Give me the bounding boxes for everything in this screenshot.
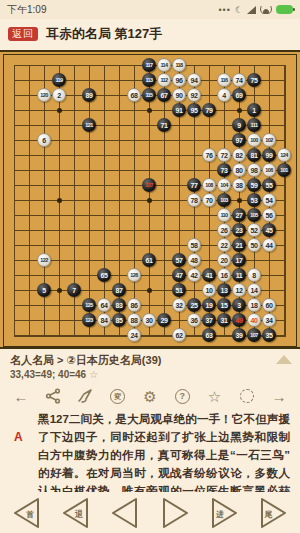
commentary-text: 黑127二间关，是大局观卓绝的一手！它不但声援了下边四子，同时还起到了扩张上边黑… (38, 410, 290, 492)
hoshi-point (57, 198, 62, 203)
white-stone-12: 12 (232, 283, 246, 297)
black-stone-123: 123 (82, 313, 96, 327)
white-stone-102: 102 (262, 133, 276, 147)
breadcrumb[interactable]: 名人名局 > ②日本历史名局(39) (10, 352, 290, 368)
black-stone-13: 13 (217, 283, 231, 297)
white-stone-26: 26 (217, 223, 231, 237)
nav-back-fast-button[interactable]: 退 (57, 495, 97, 531)
white-stone-110: 110 (217, 208, 231, 222)
black-stone-51: 51 (172, 283, 186, 297)
white-stone-8: 8 (247, 268, 261, 282)
battery-icon (276, 5, 293, 14)
white-stone-16: 16 (217, 268, 231, 282)
black-stone-1: 1 (247, 103, 261, 117)
hoshi-point (57, 108, 62, 113)
nav-forward-fast-button[interactable]: 进 (203, 495, 243, 531)
help-icon[interactable]: ? (171, 385, 193, 407)
white-stone-68: 68 (127, 88, 141, 102)
hoshi-point (147, 198, 152, 203)
white-stone-48: 48 (187, 253, 201, 267)
white-stone-64: 64 (97, 298, 111, 312)
black-stone-65: 65 (97, 268, 111, 282)
black-stone-39: 39 (232, 328, 246, 342)
black-stone-3: 3 (232, 298, 246, 312)
black-stone-19: 19 (202, 298, 216, 312)
black-stone-5: 5 (37, 283, 51, 297)
white-stone-92: 92 (187, 88, 201, 102)
variation-icon[interactable]: 変 (107, 385, 129, 407)
title-bar: 返回 耳赤的名局 第127手 (0, 19, 300, 49)
black-stone-115: 115 (142, 88, 156, 102)
black-stone-87: 87 (112, 283, 126, 297)
black-stone-69: 69 (232, 88, 246, 102)
black-stone-81: 81 (247, 148, 261, 162)
white-stone-24: 24 (127, 328, 141, 342)
hoshi-point (237, 198, 242, 203)
white-stone-42: 42 (187, 268, 201, 282)
white-stone-118: 118 (172, 58, 186, 72)
white-stone-84: 84 (97, 313, 111, 327)
dnd-moon-icon: ☾ (235, 5, 243, 15)
page-title: 耳赤的名局 第127手 (46, 25, 162, 43)
black-stone-63: 63 (202, 328, 216, 342)
white-stone-20: 20 (217, 253, 231, 267)
ko-note: 33,43=49; 40=46 ☆ (10, 368, 290, 381)
white-stone-108: 108 (202, 178, 216, 192)
white-stone-2: 2 (52, 88, 66, 102)
nav-prev-button[interactable] (106, 495, 146, 531)
white-stone-10: 10 (202, 283, 216, 297)
white-stone-54: 54 (262, 193, 276, 207)
white-stone-124: 124 (277, 148, 291, 162)
hoshi-point (57, 288, 62, 293)
white-stone-14: 14 (247, 283, 261, 297)
small-star-icon: ☆ (89, 368, 98, 381)
share-icon[interactable] (42, 385, 64, 407)
white-stone-76: 76 (202, 148, 216, 162)
black-stone-25: 25 (187, 298, 201, 312)
status-bar: 下午1:09 ••• ☾ (0, 0, 300, 19)
white-stone-74: 74 (232, 73, 246, 87)
white-stone-90: 90 (172, 88, 186, 102)
white-stone-30: 30 (142, 313, 156, 327)
back-arrow-icon[interactable]: ← (10, 385, 32, 407)
wifi-icon (260, 6, 272, 14)
white-stone-60: 60 (262, 298, 276, 312)
black-stone-121: 121 (82, 118, 96, 132)
white-stone-70: 70 (202, 193, 216, 207)
white-stone-96: 96 (172, 73, 186, 87)
white-stone-126: 126 (127, 268, 141, 282)
white-stone-112: 112 (157, 73, 171, 87)
black-stone-37: 37 (202, 313, 216, 327)
clock: 下午1:09 (7, 3, 46, 17)
black-stone-91: 91 (172, 103, 186, 117)
white-stone-44: 44 (262, 238, 276, 252)
black-stone-99: 99 (262, 148, 276, 162)
white-stone-80: 80 (232, 163, 246, 177)
black-stone-21: 21 (232, 238, 246, 252)
white-stone-82: 82 (232, 148, 246, 162)
white-stone-40: 40 (247, 313, 261, 327)
hoshi-point (147, 288, 152, 293)
white-stone-4: 4 (217, 88, 231, 102)
black-stone-71: 71 (157, 118, 171, 132)
white-stone-72: 72 (217, 148, 231, 162)
black-stone-15: 15 (217, 298, 231, 312)
white-stone-36: 36 (187, 313, 201, 327)
sign-pen-icon[interactable] (75, 385, 97, 407)
black-stone-79: 79 (202, 103, 216, 117)
annotation-marker: A (14, 430, 23, 444)
tool-icon-row: ← 変 ⚙ ? ☆ → (0, 384, 300, 408)
black-stone-35: 35 (262, 328, 276, 342)
notification-dots-icon: ••• (218, 5, 230, 15)
nav-last-button[interactable]: 尾 (252, 495, 292, 531)
black-stone-125: 125 (82, 298, 96, 312)
black-stone-67: 67 (157, 88, 171, 102)
black-stone-105: 105 (247, 208, 261, 222)
black-stone-61: 61 (142, 253, 156, 267)
settings-gear-icon[interactable]: ⚙ (139, 385, 161, 407)
white-stone-120: 120 (37, 88, 51, 102)
black-stone-49: 49 (232, 313, 246, 327)
black-stone-85: 85 (112, 313, 126, 327)
white-stone-52: 52 (247, 223, 261, 237)
nav-first-button[interactable]: 首 (8, 495, 48, 531)
white-stone-122: 122 (37, 253, 51, 267)
black-stone-57: 57 (172, 253, 186, 267)
black-stone-9: 9 (232, 118, 246, 132)
move-nav-toolbar: 首退进尾 (0, 492, 300, 533)
nav-next-button[interactable] (154, 495, 194, 531)
black-stone-11: 11 (232, 268, 246, 282)
black-stone-119: 119 (52, 73, 66, 87)
white-stone-6: 6 (37, 133, 51, 147)
white-stone-86: 86 (127, 298, 141, 312)
black-stone-73: 73 (217, 163, 231, 177)
black-stone-75: 75 (247, 73, 261, 87)
go-board[interactable]: 1171141181191131129694116747512028968115… (0, 50, 300, 349)
white-stone-32: 32 (172, 298, 186, 312)
forward-arrow-icon[interactable]: → (268, 385, 290, 407)
black-stone-95: 95 (187, 103, 201, 117)
black-stone-41: 41 (202, 268, 216, 282)
kifu-viewer-app: 下午1:09 ••• ☾ 返回 耳赤的名局 第127手 117114118119… (0, 0, 300, 533)
black-stone-107: 107 (247, 328, 261, 342)
black-stone-89: 89 (82, 88, 96, 102)
white-stone-114: 114 (157, 58, 171, 72)
black-stone-47: 47 (172, 268, 186, 282)
white-stone-56: 56 (262, 208, 276, 222)
black-stone-101: 101 (277, 163, 291, 177)
board-frame: 1171141181191131129694116747512028968115… (3, 54, 297, 347)
black-stone-77: 77 (187, 178, 201, 192)
black-stone-113: 113 (142, 73, 156, 87)
white-stone-22: 22 (217, 238, 231, 252)
white-stone-78: 78 (187, 193, 201, 207)
collapse-chevron-icon[interactable] (276, 355, 292, 364)
black-stone-55: 55 (262, 178, 276, 192)
black-stone-29: 29 (157, 313, 171, 327)
white-stone-88: 88 (127, 313, 141, 327)
white-stone-100: 100 (247, 133, 261, 147)
black-stone-59: 59 (247, 178, 261, 192)
back-button[interactable]: 返回 (8, 27, 38, 41)
white-stone-106: 106 (262, 163, 276, 177)
rotate-icon[interactable] (236, 385, 258, 407)
game-info-panel: 名人名局 > ②日本历史名局(39) 33,43=49; 40=46 ☆ (0, 349, 300, 384)
black-stone-27: 27 (232, 208, 246, 222)
white-stone-98: 98 (247, 163, 261, 177)
white-stone-104: 104 (217, 178, 231, 192)
black-stone-45: 45 (262, 223, 276, 237)
black-stone-23: 23 (232, 223, 246, 237)
black-stone-117: 117 (142, 58, 156, 72)
favorite-star-icon[interactable]: ☆ (204, 385, 226, 407)
hoshi-point (237, 108, 242, 113)
white-stone-18: 18 (247, 298, 261, 312)
hoshi-point (147, 108, 152, 113)
white-stone-116: 116 (217, 73, 231, 87)
black-stone-53: 53 (247, 193, 261, 207)
black-stone-7: 7 (67, 283, 81, 297)
white-stone-50: 50 (247, 238, 261, 252)
black-stone-31: 31 (217, 313, 231, 327)
black-stone-17: 17 (232, 253, 246, 267)
board-grid: 1171141181191131129694116747512028968115… (14, 65, 286, 337)
white-stone-58: 58 (187, 238, 201, 252)
white-stone-38: 38 (232, 178, 246, 192)
black-stone-83: 83 (112, 298, 126, 312)
black-stone-127: 127 (142, 178, 156, 192)
white-stone-34: 34 (262, 313, 276, 327)
white-stone-62: 62 (172, 328, 186, 342)
commentary-panel: A 黑127二间关，是大局观卓绝的一手！它不但声援了下边四子，同时还起到了扩张上… (0, 410, 300, 492)
black-stone-111: 111 (247, 118, 261, 132)
white-stone-94: 94 (187, 73, 201, 87)
black-stone-97: 97 (232, 133, 246, 147)
black-stone-103: 103 (217, 193, 231, 207)
cell-signal-icon (247, 6, 256, 14)
